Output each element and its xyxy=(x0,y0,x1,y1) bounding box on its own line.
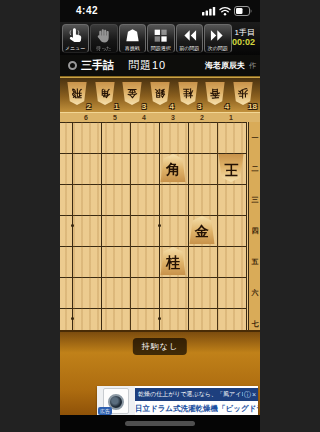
hand-pointer-icon xyxy=(67,27,84,44)
grid-icon xyxy=(152,27,169,44)
hand-piece-kanji: 角 xyxy=(100,87,110,101)
gote-hand-lance[interactable]: 香 4 xyxy=(203,82,227,109)
prev-problem-button[interactable]: 前の問題 xyxy=(176,24,204,53)
hand-piece-count: 1 xyxy=(114,102,118,111)
author-suffix: 作 xyxy=(249,61,256,71)
retry-button-label: 再挑戦 xyxy=(120,45,146,51)
rank-label-1: 一 xyxy=(249,133,260,143)
timer: 00:02 xyxy=(232,38,255,48)
ad-product-line[interactable]: 日立ドラム式洗濯乾燥機「ビッグドラム」・ xyxy=(135,401,258,416)
undo-button-label: 待った xyxy=(91,45,117,51)
hand-piece-kanji: 銀 xyxy=(155,87,165,101)
board-grid[interactable] xyxy=(60,122,247,330)
file-labels-strip: 7 6 5 4 3 2 1 xyxy=(60,112,260,122)
star-point xyxy=(158,317,161,320)
sente-hand-label: 持駒なし xyxy=(133,338,187,355)
retry-button[interactable]: 再挑戦 xyxy=(119,24,147,53)
toolbar: メニュー 待った 再挑戦 問題選択 前の問題 次の問題 1手目 00:02 xyxy=(60,22,260,55)
author-name: 海老原辰夫 xyxy=(205,60,247,71)
file-label-2: 2 xyxy=(196,114,208,121)
rank-label-3: 三 xyxy=(249,195,260,205)
problem-number: 問題10 xyxy=(128,58,166,73)
shogi-board[interactable]: 7 6 5 4 3 2 1 一 二 三 四 五 六 七 王 角 金 桂 xyxy=(60,112,260,330)
hand-piece-count: 18 xyxy=(248,102,257,111)
table-background: 持駒なし 広告 乾燥の仕上がりで選ぶなら、「風アイロン」 ⓘ × 日立ドラム式洗… xyxy=(60,330,260,415)
gote-hand-bishop[interactable]: 角 1 xyxy=(93,82,117,109)
file-label-6: 6 xyxy=(80,114,92,121)
rank-label-5: 五 xyxy=(249,257,260,267)
hand-piece-kanji: 香 xyxy=(210,87,220,101)
ad-close-icon[interactable]: × xyxy=(252,391,256,398)
next-problem-button-label: 次の問題 xyxy=(205,45,231,51)
gote-hand-silver[interactable]: 銀 4 xyxy=(148,82,172,109)
file-label-5: 5 xyxy=(109,114,121,121)
category-circle-icon xyxy=(68,61,77,70)
menu-button[interactable]: メニュー xyxy=(62,24,90,53)
gote-hand-tray: 飛 2 角 1 金 3 銀 4 桂 3 香 4 歩 18 xyxy=(60,77,260,112)
home-indicator[interactable] xyxy=(125,421,195,426)
battery-icon xyxy=(234,6,252,16)
gote-hand-pawn[interactable]: 歩 18 xyxy=(231,82,255,109)
hand-piece-kanji: 飛 xyxy=(72,87,82,101)
ad-headline[interactable]: 乾燥の仕上がりで選ぶなら、「風アイロン」 xyxy=(135,388,258,401)
gote-hand-knight[interactable]: 桂 3 xyxy=(176,82,200,109)
hand-piece-count: 2 xyxy=(87,102,91,111)
info-bar: 三手詰 問題10 海老原辰夫 作 xyxy=(60,55,260,77)
hand-piece-kanji: 桂 xyxy=(183,87,193,101)
gote-hand-gold[interactable]: 金 3 xyxy=(120,82,144,109)
file-label-1: 1 xyxy=(225,114,237,121)
piece-kanji: 桂 xyxy=(166,251,180,272)
hand-piece-count: 3 xyxy=(197,102,201,111)
ad-info-icon[interactable]: ⓘ xyxy=(244,390,251,400)
rank-label-6: 六 xyxy=(249,288,260,298)
wifi-icon xyxy=(219,6,231,16)
palm-icon xyxy=(95,27,112,44)
file-label-7: 7 xyxy=(60,114,63,121)
status-bar: 4:42 xyxy=(60,0,260,22)
shogi-piece-icon xyxy=(124,27,141,44)
gote-hand-rook[interactable]: 飛 2 xyxy=(65,82,89,109)
star-point xyxy=(158,224,161,227)
problem-select-button[interactable]: 問題選択 xyxy=(147,24,175,53)
piece-kanji: 金 xyxy=(195,220,209,241)
piece-kanji: 王 xyxy=(224,158,238,179)
piece-kanji: 角 xyxy=(166,158,180,179)
bottom-bar xyxy=(60,415,260,432)
next-icon xyxy=(209,27,226,44)
hand-piece-kanji: 歩 xyxy=(238,87,248,101)
ad-badge: 広告 xyxy=(98,407,112,415)
rank-label-4: 四 xyxy=(249,226,260,236)
timer-block: 1手目 00:02 xyxy=(232,29,259,48)
signal-icon xyxy=(202,6,216,16)
next-problem-button[interactable]: 次の問題 xyxy=(204,24,232,53)
prev-problem-button-label: 前の問題 xyxy=(177,45,203,51)
clock: 4:42 xyxy=(76,5,98,16)
rank-labels-strip: 一 二 三 四 五 六 七 xyxy=(248,122,260,330)
undo-button[interactable]: 待った xyxy=(90,24,118,53)
hand-piece-count: 3 xyxy=(142,102,146,111)
rank-label-7: 七 xyxy=(249,319,260,329)
app-screen: 4:42 メニュー 待った 再挑戦 問題選択 前の問題 xyxy=(60,0,260,432)
hand-piece-count: 4 xyxy=(225,102,229,111)
file-label-4: 4 xyxy=(138,114,150,121)
rank-label-2: 二 xyxy=(249,164,260,174)
star-point xyxy=(71,317,74,320)
problem-select-button-label: 問題選択 xyxy=(148,45,174,51)
ad-banner[interactable]: 広告 乾燥の仕上がりで選ぶなら、「風アイロン」 ⓘ × 日立ドラム式洗濯乾燥機「… xyxy=(97,386,258,416)
hand-piece-kanji: 金 xyxy=(127,87,137,101)
star-point xyxy=(71,224,74,227)
puzzle-category: 三手詰 xyxy=(81,58,114,73)
menu-button-label: メニュー xyxy=(63,45,89,51)
file-label-3: 3 xyxy=(167,114,179,121)
hand-piece-count: 4 xyxy=(170,102,174,111)
prev-icon xyxy=(181,27,198,44)
